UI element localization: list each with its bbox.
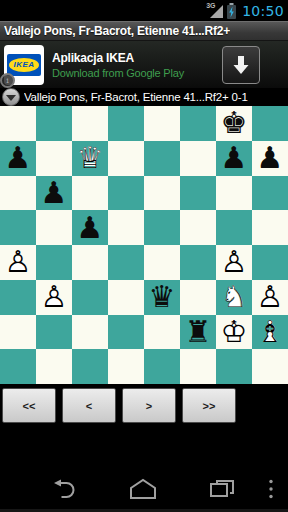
square-c5: ♟ — [72, 210, 108, 245]
back-icon[interactable] — [51, 478, 77, 504]
square-b3: ♟♙ — [36, 280, 72, 315]
chevron-down-icon — [6, 95, 16, 101]
ad-info-icon[interactable]: i — [0, 73, 15, 88]
piece-black-rook: ♜ — [180, 315, 216, 350]
square-c8 — [72, 106, 108, 141]
square-h7: ♟ — [252, 141, 288, 176]
piece-white-pawn: ♟♙ — [36, 280, 72, 315]
square-g7: ♟ — [216, 141, 252, 176]
menu-overflow-icon[interactable] — [268, 478, 274, 504]
piece-black-pawn: ♟ — [0, 141, 36, 176]
previous-move-button[interactable]: < — [62, 388, 116, 423]
signal-icon: 3G — [206, 2, 223, 19]
square-b7 — [36, 141, 72, 176]
replay-controls: << < > >> — [2, 388, 236, 423]
square-g8: ♚ — [216, 106, 252, 141]
piece-white-knight: ♞♘ — [216, 280, 252, 315]
square-b8 — [36, 106, 72, 141]
square-b2 — [36, 315, 72, 350]
ad-subtitle: Download from Google Play — [52, 67, 222, 79]
piece-black-king: ♚ — [216, 106, 252, 141]
piece-white-pawn: ♟♙ — [0, 245, 36, 280]
android-navbar — [0, 470, 288, 512]
square-g4: ♟♙ — [216, 245, 252, 280]
square-a2 — [0, 315, 36, 350]
square-d5 — [108, 210, 144, 245]
square-e3: ♛ — [144, 280, 180, 315]
square-d1 — [108, 349, 144, 384]
square-e7 — [144, 141, 180, 176]
recent-apps-icon[interactable] — [208, 478, 236, 504]
square-h5 — [252, 210, 288, 245]
app-title: Vallejo Pons, Fr-Bacrot, Etienne 41...Rf… — [4, 24, 230, 38]
square-e8 — [144, 106, 180, 141]
piece-white-pawn: ♟♙ — [216, 245, 252, 280]
status-clock: 10:50 — [242, 3, 284, 19]
square-g2: ♚♔ — [216, 315, 252, 350]
piece-white-queen: ♛♕ — [72, 141, 108, 176]
square-h3: ♟♙ — [252, 280, 288, 315]
ad-banner[interactable]: IKEA Aplikacja IKEA Download from Google… — [0, 41, 288, 88]
game-selector-dropdown[interactable] — [2, 88, 20, 106]
square-a5 — [0, 210, 36, 245]
piece-black-pawn: ♟ — [216, 141, 252, 176]
piece-black-queen: ♛ — [144, 280, 180, 315]
game-header: Vallejo Pons, Fr-Bacrot, Etienne 41...Rf… — [0, 88, 288, 106]
square-b1 — [36, 349, 72, 384]
square-f4 — [180, 245, 216, 280]
status-bar: 3G 10:50 — [0, 0, 288, 21]
square-a8 — [0, 106, 36, 141]
square-d3 — [108, 280, 144, 315]
square-b6: ♟ — [36, 176, 72, 211]
game-title: Vallejo Pons, Fr-Bacrot, Etienne 41...Rf… — [24, 91, 248, 103]
ad-app-name: Aplikacja IKEA — [52, 51, 222, 65]
next-move-button[interactable]: > — [122, 388, 176, 423]
square-c6 — [72, 176, 108, 211]
battery-charging-icon — [226, 2, 237, 20]
square-h2: ♝♗ — [252, 315, 288, 350]
square-g1 — [216, 349, 252, 384]
square-c7: ♛♕ — [72, 141, 108, 176]
square-h8 — [252, 106, 288, 141]
piece-black-pawn: ♟ — [252, 141, 288, 176]
square-g6 — [216, 176, 252, 211]
square-d4 — [108, 245, 144, 280]
first-move-button[interactable]: << — [2, 388, 56, 423]
square-e4 — [144, 245, 180, 280]
square-b4 — [36, 245, 72, 280]
square-d8 — [108, 106, 144, 141]
square-f6 — [180, 176, 216, 211]
square-f5 — [180, 210, 216, 245]
chess-board: ♚♟♛♕♟♟♟♟♟♙♟♙♟♙♛♞♘♟♙♜♚♔♝♗ — [0, 106, 288, 384]
square-a3 — [0, 280, 36, 315]
piece-white-king: ♚♔ — [216, 315, 252, 350]
ad-download-button[interactable] — [222, 46, 260, 84]
square-h4 — [252, 245, 288, 280]
square-e5 — [144, 210, 180, 245]
square-a6 — [0, 176, 36, 211]
home-icon[interactable] — [128, 478, 158, 504]
square-c3 — [72, 280, 108, 315]
square-a7: ♟ — [0, 141, 36, 176]
app-screen: 3G 10:50 Vallejo Pons, Fr-Bacrot, Etienn… — [0, 0, 288, 512]
square-a4: ♟♙ — [0, 245, 36, 280]
ikea-logo-text: IKEA — [13, 60, 34, 69]
piece-black-pawn: ♟ — [72, 210, 108, 245]
square-d6 — [108, 176, 144, 211]
piece-white-bishop: ♝♗ — [252, 315, 288, 350]
square-e6 — [144, 176, 180, 211]
square-f1 — [180, 349, 216, 384]
square-e2 — [144, 315, 180, 350]
square-c4 — [72, 245, 108, 280]
square-c2 — [72, 315, 108, 350]
square-e1 — [144, 349, 180, 384]
ad-copy[interactable]: Aplikacja IKEA Download from Google Play — [52, 51, 222, 79]
square-d2 — [108, 315, 144, 350]
piece-black-pawn: ♟ — [36, 176, 72, 211]
square-g3: ♞♘ — [216, 280, 252, 315]
last-move-button[interactable]: >> — [182, 388, 236, 423]
square-f2: ♜ — [180, 315, 216, 350]
square-h6 — [252, 176, 288, 211]
square-b5 — [36, 210, 72, 245]
square-f3 — [180, 280, 216, 315]
square-a1 — [0, 349, 36, 384]
square-d7 — [108, 141, 144, 176]
square-f7 — [180, 141, 216, 176]
square-h1 — [252, 349, 288, 384]
square-c1 — [72, 349, 108, 384]
piece-white-pawn: ♟♙ — [252, 280, 288, 315]
download-arrow-icon — [229, 53, 253, 77]
square-g5 — [216, 210, 252, 245]
app-title-bar: Vallejo Pons, Fr-Bacrot, Etienne 41...Rf… — [0, 21, 288, 41]
square-f8 — [180, 106, 216, 141]
